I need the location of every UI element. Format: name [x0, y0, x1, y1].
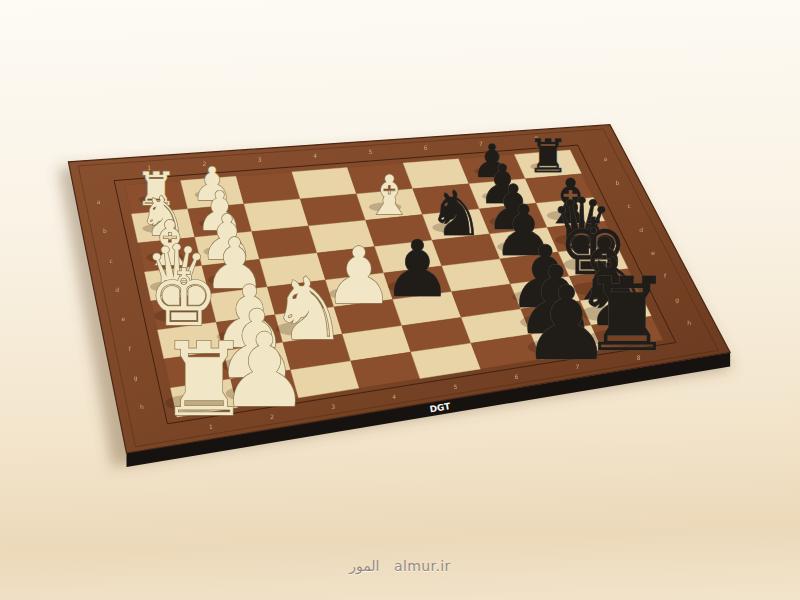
- coord-file-right-a: a: [604, 155, 608, 162]
- coord-file-left-b: b: [103, 227, 107, 234]
- square-a3: [236, 172, 300, 204]
- watermark-site: almur.ir: [394, 558, 451, 574]
- square-a4: [292, 168, 357, 199]
- coord-file-left-d: d: [115, 286, 119, 293]
- piece-black-rook-h8: ♜: [581, 255, 672, 374]
- watermark: المور almur.ir: [0, 558, 800, 574]
- coord-file-right-g: g: [675, 296, 679, 304]
- coord-rank-far-5: 5: [368, 148, 372, 155]
- coord-rank-front-4: 4: [392, 393, 396, 400]
- coord-rank-far-3: 3: [258, 156, 262, 163]
- coord-file-left-a: a: [97, 198, 101, 205]
- coord-file-right-b: b: [615, 179, 619, 186]
- product-photo: 1122334455667788aabbccddeeffgghhDGT♜♟♟♜♞…: [0, 0, 800, 600]
- coord-rank-far-4: 4: [313, 152, 317, 159]
- coord-file-right-c: c: [628, 202, 631, 209]
- coord-rank-front-5: 5: [453, 383, 457, 390]
- coord-file-right-h: h: [687, 319, 691, 326]
- coord-file-left-c: c: [109, 257, 112, 264]
- piece-white-pawn-h2: ♟: [219, 311, 310, 430]
- piece-black-pawn-e5: ♟: [383, 224, 453, 314]
- coord-file-left-e: e: [122, 315, 126, 322]
- coord-rank-front-6: 6: [515, 373, 519, 380]
- coord-rank-far-6: 6: [424, 144, 428, 151]
- coord-file-left-h: h: [140, 403, 144, 410]
- coord-file-left-g: g: [134, 374, 138, 382]
- watermark-arabic: المور: [349, 558, 379, 574]
- coord-rank-front-3: 3: [331, 403, 335, 410]
- piece-white-bishop-b5: ♝: [365, 164, 413, 227]
- chess-board: 1122334455667788aabbccddeeffgghhDGT♜♟♟♜♞…: [0, 0, 800, 600]
